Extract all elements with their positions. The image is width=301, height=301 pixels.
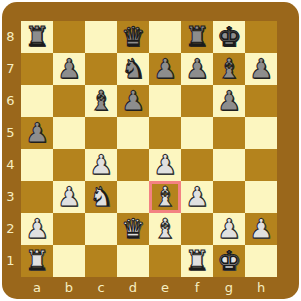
rank-label-6: 6 <box>2 85 19 117</box>
square-h3[interactable] <box>245 181 277 213</box>
square-e8[interactable] <box>149 21 181 53</box>
white-pawn[interactable]: ♟ <box>149 149 181 181</box>
square-e3[interactable]: ♝ <box>149 181 181 213</box>
white-pawn[interactable]: ♟ <box>181 181 213 213</box>
square-a7[interactable] <box>21 53 53 85</box>
square-b6[interactable] <box>53 85 85 117</box>
square-d7[interactable]: ♞ <box>117 53 149 85</box>
square-g7[interactable]: ♝ <box>213 53 245 85</box>
square-g1[interactable]: ♚ <box>213 245 245 277</box>
black-knight[interactable]: ♞ <box>117 53 149 85</box>
square-c3[interactable]: ♞ <box>85 181 117 213</box>
square-f4[interactable] <box>181 149 213 181</box>
black-pawn[interactable]: ♟ <box>181 53 213 85</box>
file-label-e: e <box>149 279 181 299</box>
square-b4[interactable] <box>53 149 85 181</box>
rank-label-3: 3 <box>2 181 19 213</box>
file-label-f: f <box>181 279 213 299</box>
white-queen[interactable]: ♛ <box>117 213 149 245</box>
square-c1[interactable] <box>85 245 117 277</box>
white-pawn[interactable]: ♟ <box>21 213 53 245</box>
black-bishop[interactable]: ♝ <box>85 85 117 117</box>
black-pawn[interactable]: ♟ <box>21 117 53 149</box>
square-b3[interactable]: ♟ <box>53 181 85 213</box>
square-h4[interactable] <box>245 149 277 181</box>
white-pawn[interactable]: ♟ <box>53 181 85 213</box>
square-h8[interactable] <box>245 21 277 53</box>
square-d3[interactable] <box>117 181 149 213</box>
square-d5[interactable] <box>117 117 149 149</box>
black-king[interactable]: ♚ <box>213 21 245 53</box>
square-b1[interactable] <box>53 245 85 277</box>
rank-label-1: 1 <box>2 245 19 277</box>
square-f1[interactable]: ♜ <box>181 245 213 277</box>
square-h7[interactable]: ♟ <box>245 53 277 85</box>
file-label-b: b <box>53 279 85 299</box>
square-e7[interactable]: ♟ <box>149 53 181 85</box>
square-e6[interactable] <box>149 85 181 117</box>
square-a5[interactable]: ♟ <box>21 117 53 149</box>
white-pawn[interactable]: ♟ <box>85 149 117 181</box>
square-f8[interactable]: ♜ <box>181 21 213 53</box>
square-a2[interactable]: ♟ <box>21 213 53 245</box>
white-rook[interactable]: ♜ <box>21 245 53 277</box>
square-a1[interactable]: ♜ <box>21 245 53 277</box>
square-d8[interactable]: ♛ <box>117 21 149 53</box>
square-f5[interactable] <box>181 117 213 149</box>
white-king[interactable]: ♚ <box>213 245 245 277</box>
square-f7[interactable]: ♟ <box>181 53 213 85</box>
square-d1[interactable] <box>117 245 149 277</box>
square-a8[interactable]: ♜ <box>21 21 53 53</box>
white-pawn[interactable]: ♟ <box>245 213 277 245</box>
white-bishop[interactable]: ♝ <box>149 181 181 213</box>
square-e1[interactable] <box>149 245 181 277</box>
square-h2[interactable]: ♟ <box>245 213 277 245</box>
square-b7[interactable]: ♟ <box>53 53 85 85</box>
black-pawn[interactable]: ♟ <box>245 53 277 85</box>
square-b8[interactable] <box>53 21 85 53</box>
white-pawn[interactable]: ♟ <box>213 213 245 245</box>
square-a4[interactable] <box>21 149 53 181</box>
rank-label-7: 7 <box>2 53 19 85</box>
square-e4[interactable]: ♟ <box>149 149 181 181</box>
square-c5[interactable] <box>85 117 117 149</box>
file-label-h: h <box>245 279 277 299</box>
square-b2[interactable] <box>53 213 85 245</box>
square-c2[interactable] <box>85 213 117 245</box>
square-h1[interactable] <box>245 245 277 277</box>
white-bishop[interactable]: ♝ <box>149 213 181 245</box>
square-g4[interactable] <box>213 149 245 181</box>
chess-board-frame: ♜♛♜♚♟♞♟♟♝♟♝♟♟♟♟♟♟♞♝♟♟♛♝♟♟♜♜♚ 87654321 ab… <box>2 2 299 299</box>
square-c4[interactable]: ♟ <box>85 149 117 181</box>
square-d2[interactable]: ♛ <box>117 213 149 245</box>
square-g5[interactable] <box>213 117 245 149</box>
rank-label-5: 5 <box>2 117 19 149</box>
square-b5[interactable] <box>53 117 85 149</box>
square-h5[interactable] <box>245 117 277 149</box>
rank-label-4: 4 <box>2 149 19 181</box>
rank-label-2: 2 <box>2 213 19 245</box>
square-d6[interactable]: ♟ <box>117 85 149 117</box>
black-pawn[interactable]: ♟ <box>117 85 149 117</box>
square-e5[interactable] <box>149 117 181 149</box>
square-g3[interactable] <box>213 181 245 213</box>
square-c7[interactable] <box>85 53 117 85</box>
black-rook[interactable]: ♜ <box>21 21 53 53</box>
black-pawn[interactable]: ♟ <box>213 85 245 117</box>
square-d4[interactable] <box>117 149 149 181</box>
white-knight[interactable]: ♞ <box>85 181 117 213</box>
file-label-a: a <box>21 279 53 299</box>
square-a3[interactable] <box>21 181 53 213</box>
file-label-d: d <box>117 279 149 299</box>
square-a6[interactable] <box>21 85 53 117</box>
square-f2[interactable] <box>181 213 213 245</box>
file-label-c: c <box>85 279 117 299</box>
square-g2[interactable]: ♟ <box>213 213 245 245</box>
square-e2[interactable]: ♝ <box>149 213 181 245</box>
square-g6[interactable]: ♟ <box>213 85 245 117</box>
white-rook[interactable]: ♜ <box>181 245 213 277</box>
black-pawn[interactable]: ♟ <box>149 53 181 85</box>
black-pawn[interactable]: ♟ <box>53 53 85 85</box>
square-h6[interactable] <box>245 85 277 117</box>
file-label-g: g <box>213 279 245 299</box>
black-rook[interactable]: ♜ <box>181 21 213 53</box>
black-bishop[interactable]: ♝ <box>213 53 245 85</box>
page-background: ♜♛♜♚♟♞♟♟♝♟♝♟♟♟♟♟♟♞♝♟♟♛♝♟♟♜♜♚ 87654321 ab… <box>0 0 301 301</box>
rank-label-8: 8 <box>2 21 19 53</box>
square-f3[interactable]: ♟ <box>181 181 213 213</box>
square-g8[interactable]: ♚ <box>213 21 245 53</box>
chess-board: ♜♛♜♚♟♞♟♟♝♟♝♟♟♟♟♟♟♞♝♟♟♛♝♟♟♜♜♚ <box>21 21 277 277</box>
black-queen[interactable]: ♛ <box>117 21 149 53</box>
square-c6[interactable]: ♝ <box>85 85 117 117</box>
square-c8[interactable] <box>85 21 117 53</box>
square-f6[interactable] <box>181 85 213 117</box>
